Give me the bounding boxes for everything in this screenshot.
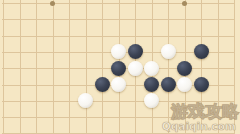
white-stone (161, 44, 176, 59)
grid-hline (2, 3, 235, 4)
black-stone (111, 61, 126, 76)
white-stone (128, 61, 143, 76)
white-stone (144, 93, 159, 108)
black-stone (95, 77, 110, 92)
star-point (182, 1, 187, 6)
black-stone (194, 77, 209, 92)
white-stone (177, 77, 192, 92)
gomoku-screenshot: 游戏攻略 Qqaiqin.com (0, 0, 240, 134)
black-stone (161, 77, 176, 92)
white-stone (111, 44, 126, 59)
grid-hline (2, 117, 235, 118)
star-point (50, 1, 55, 6)
white-stone (144, 61, 159, 76)
grid-hline (2, 101, 235, 102)
watermark-url: Qqaiqin.com (162, 121, 236, 132)
white-stone (78, 93, 93, 108)
black-stone (128, 44, 143, 59)
black-stone (144, 77, 159, 92)
grid-hline (2, 19, 235, 20)
black-stone (177, 61, 192, 76)
black-stone (194, 44, 209, 59)
grid-hline (2, 133, 235, 134)
grid-hline (2, 36, 235, 37)
white-stone (111, 77, 126, 92)
